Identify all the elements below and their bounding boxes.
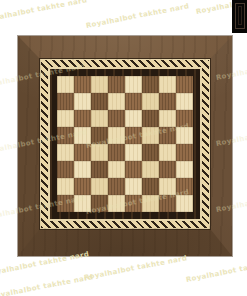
frame-inner-edge-line [39, 58, 211, 230]
square-d6 [108, 110, 125, 127]
square-b7 [74, 93, 91, 110]
square-a4 [57, 144, 74, 161]
square-f1 [142, 195, 159, 212]
square-h4 [176, 144, 193, 161]
square-e8 [125, 76, 142, 93]
square-b2 [74, 178, 91, 195]
square-g3 [159, 161, 176, 178]
square-h7 [176, 93, 193, 110]
watermark-text: Royalhalbot takhte nard [185, 256, 247, 284]
square-a6 [57, 110, 74, 127]
square-f8 [142, 76, 159, 93]
square-h2 [176, 178, 193, 195]
square-h6 [176, 110, 193, 127]
square-c7 [91, 93, 108, 110]
watermark-text: Royalhalbot takhte nard [85, 2, 190, 30]
square-e2 [125, 178, 142, 195]
square-c3 [91, 161, 108, 178]
square-a5 [57, 127, 74, 144]
square-b6 [74, 110, 91, 127]
square-h3 [176, 161, 193, 178]
square-c5 [91, 127, 108, 144]
square-f4 [142, 144, 159, 161]
square-d2 [108, 178, 125, 195]
square-e7 [125, 93, 142, 110]
square-a8 [57, 76, 74, 93]
square-f3 [142, 161, 159, 178]
square-e1 [125, 195, 142, 212]
square-a2 [57, 178, 74, 195]
square-h5 [176, 127, 193, 144]
square-c2 [91, 178, 108, 195]
square-d3 [108, 161, 125, 178]
square-a3 [57, 161, 74, 178]
square-b8 [74, 76, 91, 93]
square-d8 [108, 76, 125, 93]
watermark-text: Royalhalbot takhte nard [0, 273, 94, 296]
gallery-thumbnail[interactable] [232, 0, 247, 33]
square-a7 [57, 93, 74, 110]
square-g6 [159, 110, 176, 127]
square-c1 [91, 195, 108, 212]
square-g4 [159, 144, 176, 161]
square-b5 [74, 127, 91, 144]
square-g5 [159, 127, 176, 144]
board-grid [57, 76, 193, 212]
square-g7 [159, 93, 176, 110]
square-c8 [91, 76, 108, 93]
square-f6 [142, 110, 159, 127]
watermark-text: Royalhalbot takhte nard [83, 254, 188, 282]
gallery-thumbnail-frame-inner [238, 6, 242, 25]
square-h8 [176, 76, 193, 93]
square-b4 [74, 144, 91, 161]
square-e3 [125, 161, 142, 178]
square-g2 [159, 178, 176, 195]
square-c4 [91, 144, 108, 161]
square-f2 [142, 178, 159, 195]
product-photo: Royalhalbot takhte nardRoyalhalbot takht… [0, 0, 247, 296]
square-d7 [108, 93, 125, 110]
square-d5 [108, 127, 125, 144]
rope-inlay-border [41, 60, 209, 228]
square-g1 [159, 195, 176, 212]
dark-inner-border [50, 69, 200, 219]
square-f5 [142, 127, 159, 144]
square-e5 [125, 127, 142, 144]
square-e6 [125, 110, 142, 127]
cream-inlay-line [48, 67, 202, 221]
chessboard [18, 36, 232, 256]
square-a1 [57, 195, 74, 212]
watermark-text: Royalhalbot takhte nard [0, 0, 88, 24]
square-f7 [142, 93, 159, 110]
square-b1 [74, 195, 91, 212]
square-d1 [108, 195, 125, 212]
square-d4 [108, 144, 125, 161]
square-g8 [159, 76, 176, 93]
square-h1 [176, 195, 193, 212]
square-c6 [91, 110, 108, 127]
square-b3 [74, 161, 91, 178]
square-e4 [125, 144, 142, 161]
